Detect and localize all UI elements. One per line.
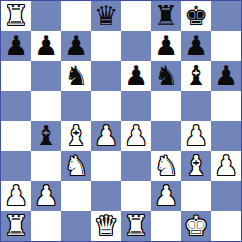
- square-f1[interactable]: [151, 211, 181, 241]
- square-b1[interactable]: [31, 211, 61, 241]
- square-c7[interactable]: ♟: [61, 31, 91, 61]
- black-knight-f6[interactable]: ♞: [154, 61, 178, 91]
- square-g4[interactable]: ♟: [181, 121, 211, 151]
- white-pawn-a2[interactable]: ♟: [4, 181, 28, 211]
- square-g6[interactable]: ♝: [181, 61, 211, 91]
- white-knight-f3[interactable]: ♞: [154, 151, 178, 181]
- black-pawn-a7[interactable]: ♟: [4, 31, 28, 61]
- black-king-g8[interactable]: ♚: [184, 1, 208, 31]
- square-c3[interactable]: ♞: [61, 151, 91, 181]
- square-f4[interactable]: [151, 121, 181, 151]
- white-pawn-f2[interactable]: ♟: [154, 181, 178, 211]
- square-d3[interactable]: [91, 151, 121, 181]
- square-c6[interactable]: ♞: [61, 61, 91, 91]
- white-rook-a8[interactable]: ♜: [4, 1, 28, 31]
- white-pawn-e4[interactable]: ♟: [124, 121, 148, 151]
- square-f3[interactable]: ♞: [151, 151, 181, 181]
- square-a2[interactable]: ♟: [1, 181, 31, 211]
- square-c1[interactable]: [61, 211, 91, 241]
- white-pawn-b2[interactable]: ♟: [34, 181, 58, 211]
- square-g2[interactable]: [181, 181, 211, 211]
- black-bishop-b4[interactable]: ♝: [34, 121, 58, 151]
- square-b2[interactable]: ♟: [31, 181, 61, 211]
- white-queen-d1[interactable]: ♛: [94, 211, 118, 241]
- square-d2[interactable]: [91, 181, 121, 211]
- square-e1[interactable]: ♜: [121, 211, 151, 241]
- square-d8[interactable]: ♛: [91, 1, 121, 31]
- square-d7[interactable]: [91, 31, 121, 61]
- square-b8[interactable]: [31, 1, 61, 31]
- square-e6[interactable]: ♟: [121, 61, 151, 91]
- square-b4[interactable]: ♝: [31, 121, 61, 151]
- black-knight-c6[interactable]: ♞: [64, 61, 88, 91]
- square-g8[interactable]: ♚: [181, 1, 211, 31]
- white-pawn-d4[interactable]: ♟: [94, 121, 118, 151]
- square-b7[interactable]: ♟: [31, 31, 61, 61]
- square-g5[interactable]: [181, 91, 211, 121]
- square-e2[interactable]: [121, 181, 151, 211]
- chess-board: ♜♛♜♚♟♟♟♟♟♞♟♞♝♟♝♝♟♟♟♞♞♝♟♟♟♟♜♛♜♚: [0, 0, 242, 242]
- square-a5[interactable]: [1, 91, 31, 121]
- square-h2[interactable]: [211, 181, 241, 211]
- black-pawn-e6[interactable]: ♟: [124, 61, 148, 91]
- square-a6[interactable]: [1, 61, 31, 91]
- square-a4[interactable]: [1, 121, 31, 151]
- square-d5[interactable]: [91, 91, 121, 121]
- square-e4[interactable]: ♟: [121, 121, 151, 151]
- square-f6[interactable]: ♞: [151, 61, 181, 91]
- square-g3[interactable]: ♝: [181, 151, 211, 181]
- square-c8[interactable]: [61, 1, 91, 31]
- white-king-g1[interactable]: ♚: [184, 211, 208, 241]
- black-pawn-c7[interactable]: ♟: [64, 31, 88, 61]
- white-knight-c3[interactable]: ♞: [64, 151, 88, 181]
- square-a8[interactable]: ♜: [1, 1, 31, 31]
- square-d6[interactable]: [91, 61, 121, 91]
- black-rook-f8[interactable]: ♜: [154, 1, 178, 31]
- square-b5[interactable]: [31, 91, 61, 121]
- square-b3[interactable]: [31, 151, 61, 181]
- white-rook-a1[interactable]: ♜: [4, 211, 28, 241]
- white-bishop-c4[interactable]: ♝: [64, 121, 88, 151]
- square-h4[interactable]: [211, 121, 241, 151]
- square-e8[interactable]: [121, 1, 151, 31]
- white-pawn-h3[interactable]: ♟: [214, 151, 238, 181]
- black-pawn-g7[interactable]: ♟: [184, 31, 208, 61]
- white-bishop-g3[interactable]: ♝: [184, 151, 208, 181]
- square-a7[interactable]: ♟: [1, 31, 31, 61]
- square-a3[interactable]: [1, 151, 31, 181]
- square-h5[interactable]: [211, 91, 241, 121]
- square-c2[interactable]: [61, 181, 91, 211]
- square-h7[interactable]: [211, 31, 241, 61]
- square-d4[interactable]: ♟: [91, 121, 121, 151]
- square-c4[interactable]: ♝: [61, 121, 91, 151]
- square-e7[interactable]: [121, 31, 151, 61]
- square-g7[interactable]: ♟: [181, 31, 211, 61]
- white-pawn-g4[interactable]: ♟: [184, 121, 208, 151]
- black-pawn-b7[interactable]: ♟: [34, 31, 58, 61]
- square-g1[interactable]: ♚: [181, 211, 211, 241]
- square-f8[interactable]: ♜: [151, 1, 181, 31]
- black-pawn-f7[interactable]: ♟: [154, 31, 178, 61]
- square-a1[interactable]: ♜: [1, 211, 31, 241]
- white-rook-e1[interactable]: ♜: [124, 211, 148, 241]
- square-b6[interactable]: [31, 61, 61, 91]
- square-h8[interactable]: [211, 1, 241, 31]
- black-bishop-g6[interactable]: ♝: [184, 61, 208, 91]
- square-h3[interactable]: ♟: [211, 151, 241, 181]
- square-c5[interactable]: [61, 91, 91, 121]
- square-e3[interactable]: [121, 151, 151, 181]
- black-pawn-h6[interactable]: ♟: [214, 61, 238, 91]
- square-f2[interactable]: ♟: [151, 181, 181, 211]
- square-h6[interactable]: ♟: [211, 61, 241, 91]
- square-h1[interactable]: [211, 211, 241, 241]
- square-e5[interactable]: [121, 91, 151, 121]
- square-f7[interactable]: ♟: [151, 31, 181, 61]
- square-f5[interactable]: [151, 91, 181, 121]
- black-queen-d8[interactable]: ♛: [94, 1, 118, 31]
- square-d1[interactable]: ♛: [91, 211, 121, 241]
